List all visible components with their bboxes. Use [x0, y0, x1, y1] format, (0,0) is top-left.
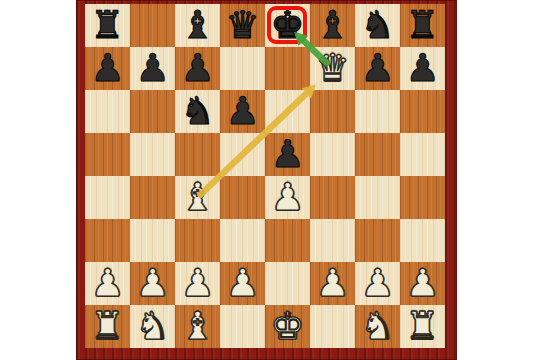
piece-black-rook: ♜ [90, 6, 124, 44]
chess-board: ♜♝♛♚♝♞♜♟♟♟♛♟♟♞♟♟♝♟♟♟♟♟♟♟♟♜♞♝♚♞♜ [76, 0, 457, 360]
square-a6[interactable] [85, 90, 130, 133]
square-f1[interactable] [310, 305, 355, 348]
square-b2[interactable]: ♟ [130, 262, 175, 305]
square-b6[interactable] [130, 90, 175, 133]
square-g7[interactable]: ♟ [355, 47, 400, 90]
square-b3[interactable] [130, 219, 175, 262]
piece-white-pawn: ♟ [180, 264, 214, 302]
square-d4[interactable] [220, 176, 265, 219]
board-grid: ♜♝♛♚♝♞♜♟♟♟♛♟♟♞♟♟♝♟♟♟♟♟♟♟♟♜♞♝♚♞♜ [85, 4, 445, 348]
square-f4[interactable] [310, 176, 355, 219]
square-d3[interactable] [220, 219, 265, 262]
square-f6[interactable] [310, 90, 355, 133]
piece-black-pawn: ♟ [405, 49, 439, 87]
square-g5[interactable] [355, 133, 400, 176]
square-a1[interactable]: ♜ [85, 305, 130, 348]
square-b4[interactable] [130, 176, 175, 219]
square-a8[interactable]: ♜ [85, 4, 130, 47]
piece-black-bishop: ♝ [315, 6, 349, 44]
square-a3[interactable] [85, 219, 130, 262]
square-a7[interactable]: ♟ [85, 47, 130, 90]
square-g6[interactable] [355, 90, 400, 133]
square-e8[interactable]: ♚ [265, 4, 310, 47]
square-h2[interactable]: ♟ [400, 262, 445, 305]
square-f7[interactable]: ♛ [310, 47, 355, 90]
square-f3[interactable] [310, 219, 355, 262]
square-c3[interactable] [175, 219, 220, 262]
square-f2[interactable]: ♟ [310, 262, 355, 305]
piece-white-pawn: ♟ [90, 264, 124, 302]
piece-black-pawn: ♟ [135, 49, 169, 87]
square-e6[interactable] [265, 90, 310, 133]
square-h5[interactable] [400, 133, 445, 176]
piece-white-pawn: ♟ [225, 264, 259, 302]
square-a4[interactable] [85, 176, 130, 219]
square-g8[interactable]: ♞ [355, 4, 400, 47]
piece-black-pawn: ♟ [360, 49, 394, 87]
square-d2[interactable]: ♟ [220, 262, 265, 305]
square-d6[interactable]: ♟ [220, 90, 265, 133]
piece-white-pawn: ♟ [405, 264, 439, 302]
square-e2[interactable] [265, 262, 310, 305]
piece-black-pawn: ♟ [90, 49, 124, 87]
square-e5[interactable]: ♟ [265, 133, 310, 176]
piece-white-pawn: ♟ [270, 178, 304, 216]
piece-white-bishop: ♝ [180, 307, 214, 345]
piece-white-rook: ♜ [405, 307, 439, 345]
square-e7[interactable] [265, 47, 310, 90]
square-c7[interactable]: ♟ [175, 47, 220, 90]
piece-white-king: ♚ [270, 307, 304, 345]
piece-white-pawn: ♟ [360, 264, 394, 302]
piece-white-pawn: ♟ [135, 264, 169, 302]
square-a2[interactable]: ♟ [85, 262, 130, 305]
square-d5[interactable] [220, 133, 265, 176]
piece-black-bishop: ♝ [180, 6, 214, 44]
square-e3[interactable] [265, 219, 310, 262]
piece-white-rook: ♜ [90, 307, 124, 345]
square-c4[interactable]: ♝ [175, 176, 220, 219]
piece-black-knight: ♞ [180, 92, 214, 130]
piece-white-knight: ♞ [360, 307, 394, 345]
piece-black-pawn: ♟ [225, 92, 259, 130]
square-f5[interactable] [310, 133, 355, 176]
square-b5[interactable] [130, 133, 175, 176]
piece-black-rook: ♜ [405, 6, 439, 44]
square-c8[interactable]: ♝ [175, 4, 220, 47]
square-g1[interactable]: ♞ [355, 305, 400, 348]
square-h4[interactable] [400, 176, 445, 219]
square-h3[interactable] [400, 219, 445, 262]
square-c2[interactable]: ♟ [175, 262, 220, 305]
piece-white-knight: ♞ [135, 307, 169, 345]
square-a5[interactable] [85, 133, 130, 176]
square-e4[interactable]: ♟ [265, 176, 310, 219]
square-g3[interactable] [355, 219, 400, 262]
square-g4[interactable] [355, 176, 400, 219]
square-f8[interactable]: ♝ [310, 4, 355, 47]
square-c1[interactable]: ♝ [175, 305, 220, 348]
square-g2[interactable]: ♟ [355, 262, 400, 305]
square-d8[interactable]: ♛ [220, 4, 265, 47]
piece-black-queen: ♛ [225, 6, 259, 44]
piece-black-pawn: ♟ [180, 49, 214, 87]
square-h6[interactable] [400, 90, 445, 133]
piece-black-knight: ♞ [360, 6, 394, 44]
square-b7[interactable]: ♟ [130, 47, 175, 90]
piece-black-king: ♚ [270, 6, 304, 44]
square-d1[interactable] [220, 305, 265, 348]
piece-black-pawn: ♟ [270, 135, 304, 173]
piece-white-queen: ♛ [315, 49, 349, 87]
piece-white-pawn: ♟ [315, 264, 349, 302]
square-d7[interactable] [220, 47, 265, 90]
square-e1[interactable]: ♚ [265, 305, 310, 348]
piece-white-bishop: ♝ [180, 178, 214, 216]
square-b1[interactable]: ♞ [130, 305, 175, 348]
square-h7[interactable]: ♟ [400, 47, 445, 90]
square-h1[interactable]: ♜ [400, 305, 445, 348]
square-b8[interactable] [130, 4, 175, 47]
square-c6[interactable]: ♞ [175, 90, 220, 133]
square-c5[interactable] [175, 133, 220, 176]
square-h8[interactable]: ♜ [400, 4, 445, 47]
